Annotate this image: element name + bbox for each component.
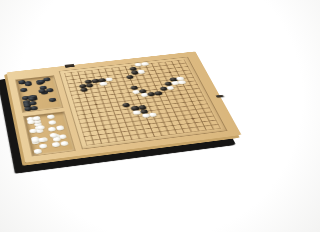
- tray-stone-white: [34, 149, 42, 154]
- grid-line: [86, 129, 221, 146]
- star-point: [191, 118, 194, 120]
- tray-stone-black: [38, 79, 46, 83]
- tray-stone-black: [28, 97, 36, 101]
- stone-tray-black: [16, 76, 62, 112]
- tray-stone-black: [46, 88, 54, 92]
- tray-stone-white: [56, 126, 64, 131]
- tray-stone-white: [48, 120, 56, 125]
- go-set: [7, 51, 232, 162]
- tray-stone-white: [53, 137, 61, 142]
- tray-stone-white: [60, 141, 69, 146]
- star-point: [95, 104, 98, 106]
- grid-line: [171, 61, 206, 130]
- star-point: [179, 94, 182, 96]
- star-point: [103, 129, 106, 131]
- grid-line: [64, 60, 184, 73]
- tray-stone-black: [20, 88, 28, 92]
- grid-line: [178, 60, 214, 129]
- star-point: [147, 123, 150, 125]
- tray-stone-black: [25, 82, 33, 86]
- tray-stone-white: [37, 125, 45, 130]
- grid-line: [84, 120, 217, 137]
- star-point: [169, 71, 172, 73]
- side-latch: [216, 95, 224, 98]
- tray-stone-black: [29, 101, 37, 105]
- stone-tray-white: [24, 112, 74, 156]
- star-point: [137, 99, 140, 101]
- tray-stone-white: [39, 143, 47, 148]
- go-board: [64, 60, 221, 146]
- tray-stone-white: [47, 114, 55, 119]
- grid-line: [85, 124, 219, 141]
- metal-clasp: [65, 64, 75, 68]
- tray-stone-black: [49, 98, 57, 102]
- tray-stone-white: [48, 127, 56, 132]
- tray-stone-white: [52, 142, 60, 147]
- product-photo-background: [0, 0, 232, 232]
- grid-line: [185, 60, 221, 129]
- tray-stone-black: [24, 107, 32, 112]
- board-surface: [59, 57, 228, 150]
